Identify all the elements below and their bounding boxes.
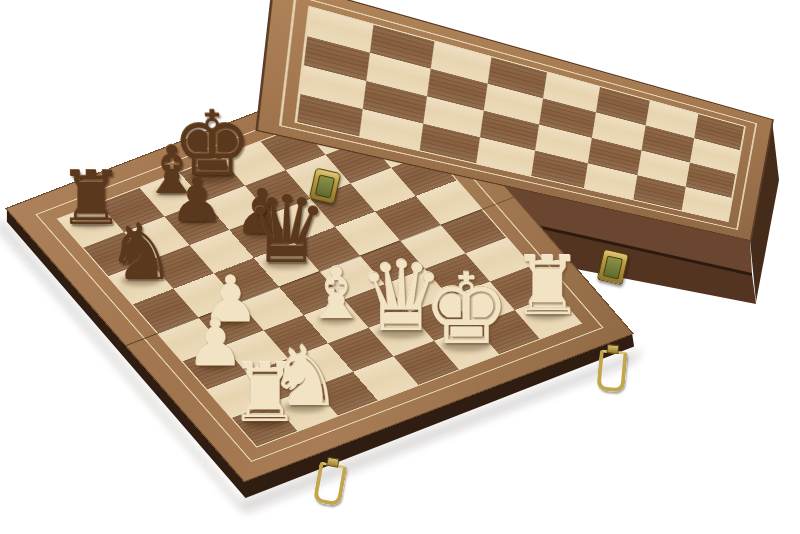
piece-white-rook-h1[interactable]: ♜	[511, 245, 583, 326]
piece-black-knight-a6[interactable]: ♞	[106, 214, 176, 292]
piece-white-king-f1[interactable]: ♚	[423, 261, 511, 359]
piece-white-knight-b1[interactable]: ♞	[268, 336, 342, 419]
piece-black-pawn-c7[interactable]: ♟	[169, 169, 224, 230]
board-clasp-loop-right-icon	[596, 349, 627, 392]
product-photo-stage: ♜♝♚♟♞♟♛♟♟♝♛♜♞♚♜	[0, 0, 800, 534]
